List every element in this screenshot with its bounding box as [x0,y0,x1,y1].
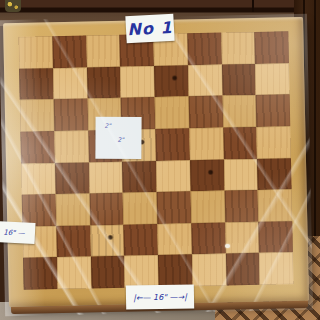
square-c4 [88,161,122,193]
square-c1 [90,256,124,288]
square-e7 [154,65,188,97]
square-b7 [53,67,87,99]
square-h4 [257,158,291,190]
floor-debris [5,0,21,12]
square-d3 [123,192,157,224]
square-e6 [155,97,189,129]
square-size-note-paper: 2" 2" [95,117,141,159]
square-size-text: 2" [105,122,112,129]
square-c7 [86,66,120,98]
square-g7 [221,64,255,96]
square-e4 [156,160,190,192]
square-g2 [225,222,259,254]
square-b4 [55,162,89,194]
square-g8 [221,32,255,64]
board-height-label: 16" — [0,221,36,244]
square-h6 [256,94,290,126]
square-b1 [57,257,91,289]
square-size-text: 2" [117,136,124,143]
floor-plank-seam [252,0,254,12]
glare-speck [225,244,230,248]
square-a7 [19,68,53,100]
square-h7 [255,63,289,95]
square-a5 [20,131,54,163]
square-f6 [188,96,222,128]
square-a8 [18,36,52,68]
chessboard: 2" 2" [3,17,309,307]
square-h8 [255,31,289,63]
square-d4 [122,161,156,193]
square-b8 [52,35,86,67]
square-c3 [89,193,123,225]
square-a4 [21,163,55,195]
square-g3 [224,190,258,222]
floor-plank-seam [314,0,316,265]
square-h1 [259,253,293,285]
square-e1 [158,255,192,287]
square-a6 [20,99,54,131]
square-c8 [86,35,120,67]
square-e2 [157,223,191,255]
square-b3 [55,194,89,226]
square-h5 [257,126,291,158]
square-f2 [191,222,225,254]
square-g1 [225,253,259,285]
square-e5 [155,128,189,160]
square-g6 [222,95,256,127]
chessboard-grid [18,31,293,290]
board-width-label: |←— 16" —→| [126,284,194,309]
square-f8 [187,33,221,65]
square-b5 [54,130,88,162]
photo-background: 2" 2" No 1 |←— 16" —→| 16" — [0,0,320,320]
square-f3 [190,191,224,223]
square-e3 [157,191,191,223]
square-h2 [259,221,293,253]
square-g5 [223,127,257,159]
square-g4 [223,158,257,190]
square-f1 [192,254,226,286]
square-f7 [188,64,222,96]
square-d1 [124,255,158,287]
square-h3 [258,189,292,221]
square-b2 [56,225,90,257]
square-d7 [120,66,154,98]
square-c2 [90,224,124,256]
square-f4 [190,159,224,191]
board-number-label: No 1 [125,14,174,43]
square-b6 [53,99,87,131]
square-d2 [124,224,158,256]
square-f5 [189,127,223,159]
square-a1 [23,257,57,289]
